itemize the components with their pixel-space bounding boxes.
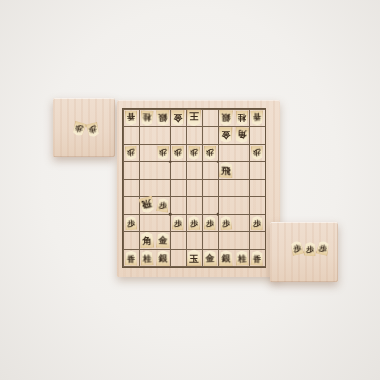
square-1d[interactable] bbox=[249, 162, 265, 180]
square-7b[interactable] bbox=[155, 127, 171, 145]
piece-sente-pawn-inhand[interactable]: 歩 bbox=[316, 240, 331, 256]
hoshi-star-point bbox=[169, 160, 172, 163]
square-8d[interactable] bbox=[139, 162, 155, 180]
square-2c[interactable] bbox=[234, 144, 250, 162]
piece-sente-pawn-inhand[interactable]: 歩 bbox=[304, 242, 317, 256]
square-3h[interactable] bbox=[218, 232, 234, 250]
square-2e[interactable] bbox=[234, 179, 250, 197]
board-grid: 香桂銀金王銀桂香金角歩歩歩歩歩歩飛飛歩歩歩歩歩歩歩角金香桂銀玉金銀桂香 bbox=[122, 108, 266, 268]
hoshi-star-point bbox=[217, 213, 220, 216]
square-7e[interactable] bbox=[155, 179, 171, 197]
piece-gote-king-5a[interactable]: 王 bbox=[187, 110, 202, 127]
hoshi-star-point bbox=[169, 213, 172, 216]
square-3f[interactable] bbox=[218, 197, 234, 215]
square-2g[interactable] bbox=[234, 214, 250, 232]
piece-gote-knight-2a[interactable]: 桂 bbox=[235, 110, 248, 125]
square-6b[interactable] bbox=[170, 127, 186, 145]
square-3c[interactable] bbox=[218, 144, 234, 162]
piece-gote-pawn-9c[interactable]: 歩 bbox=[125, 146, 138, 160]
square-9f[interactable] bbox=[123, 197, 139, 215]
piece-gote-pawn-4c[interactable]: 歩 bbox=[204, 146, 216, 160]
square-9b[interactable] bbox=[123, 127, 139, 145]
square-4d[interactable] bbox=[202, 162, 218, 180]
square-9e[interactable] bbox=[123, 179, 139, 197]
piece-gote-silver-3a[interactable]: 銀 bbox=[219, 110, 233, 126]
piece-sente-pawn-inhand[interactable]: 歩 bbox=[290, 240, 305, 256]
piece-gote-pawn-inhand[interactable]: 歩 bbox=[71, 121, 87, 138]
square-6e[interactable] bbox=[170, 179, 186, 197]
piece-gote-knight-8a[interactable]: 桂 bbox=[140, 110, 154, 125]
square-5h[interactable] bbox=[186, 232, 202, 250]
square-2f[interactable] bbox=[234, 197, 250, 215]
square-5f[interactable] bbox=[186, 197, 202, 215]
shogi-set-photo: 歩歩 香桂銀金王銀桂香金角歩歩歩歩歩歩飛飛歩歩歩歩歩歩歩角金香桂銀玉金銀桂香 歩… bbox=[0, 0, 380, 380]
square-8b[interactable] bbox=[139, 127, 155, 145]
piece-gote-lance-1a[interactable]: 香 bbox=[251, 110, 264, 125]
square-1e[interactable] bbox=[249, 179, 265, 197]
hoshi-star-point bbox=[217, 160, 220, 163]
square-9h[interactable] bbox=[123, 232, 139, 250]
square-1h[interactable] bbox=[249, 232, 265, 250]
square-6d[interactable] bbox=[170, 162, 186, 180]
piece-sente-bishop-8h[interactable]: 角 bbox=[139, 232, 154, 248]
square-4a[interactable] bbox=[202, 109, 218, 127]
piece-gote-lance-9a[interactable]: 香 bbox=[125, 111, 138, 126]
square-5b[interactable] bbox=[186, 127, 202, 145]
piece-sente-king-5i[interactable]: 玉 bbox=[187, 250, 202, 267]
square-1f[interactable] bbox=[249, 197, 265, 215]
square-2h[interactable] bbox=[234, 232, 250, 250]
square-6f[interactable] bbox=[170, 197, 186, 215]
square-4e[interactable] bbox=[202, 179, 218, 197]
square-5d[interactable] bbox=[186, 162, 202, 180]
square-8c[interactable] bbox=[139, 144, 155, 162]
square-7d[interactable] bbox=[155, 162, 171, 180]
square-4b[interactable] bbox=[202, 127, 218, 145]
square-8e[interactable] bbox=[139, 179, 155, 197]
square-4h[interactable] bbox=[202, 232, 218, 250]
square-1b[interactable] bbox=[249, 127, 265, 145]
square-6i[interactable] bbox=[170, 249, 186, 267]
square-9d[interactable] bbox=[123, 162, 139, 180]
square-4f[interactable] bbox=[202, 197, 218, 215]
komadai-sente-tray[interactable]: 歩歩歩 bbox=[270, 222, 338, 282]
square-8g[interactable] bbox=[139, 214, 155, 232]
square-3e[interactable] bbox=[218, 179, 234, 197]
square-5e[interactable] bbox=[186, 179, 202, 197]
piece-gote-pawn-inhand[interactable]: 歩 bbox=[86, 122, 101, 138]
piece-gote-pawn-5c[interactable]: 歩 bbox=[188, 146, 201, 160]
komadai-gote-tray[interactable]: 歩歩 bbox=[53, 98, 115, 157]
piece-gote-gold-6a[interactable]: 金 bbox=[172, 110, 186, 126]
square-7g[interactable] bbox=[155, 214, 171, 232]
shogi-board: 香桂銀金王銀桂香金角歩歩歩歩歩歩飛飛歩歩歩歩歩歩歩角金香桂銀玉金銀桂香 bbox=[117, 100, 280, 277]
square-2d[interactable] bbox=[234, 162, 250, 180]
piece-gote-pawn-1c[interactable]: 歩 bbox=[251, 146, 263, 160]
piece-gote-pawn-6c[interactable]: 歩 bbox=[172, 146, 184, 160]
square-6h[interactable] bbox=[170, 232, 186, 250]
